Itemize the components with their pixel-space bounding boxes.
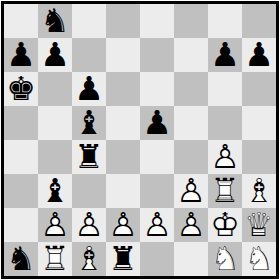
square-h4[interactable] (242, 140, 276, 174)
white-piece-outline-glyph: ♙ (72, 208, 106, 242)
square-e8[interactable] (140, 4, 174, 38)
black-piece-glyph: ♜ (106, 242, 140, 276)
square-a1[interactable]: ♞ (4, 242, 38, 276)
square-b5[interactable] (38, 106, 72, 140)
square-g3[interactable]: ♜♖ (208, 174, 242, 208)
square-a6[interactable]: ♚ (4, 72, 38, 106)
black-piece-glyph: ♟ (4, 38, 38, 72)
square-h7[interactable]: ♟ (242, 38, 276, 72)
square-b8[interactable]: ♞ (38, 4, 72, 38)
square-e5[interactable]: ♟ (140, 106, 174, 140)
square-f4[interactable] (174, 140, 208, 174)
square-a5[interactable] (4, 106, 38, 140)
white-piece-outline-glyph: ♙ (174, 208, 208, 242)
square-c6[interactable]: ♟ (72, 72, 106, 106)
white-piece-outline-glyph: ♘ (242, 242, 276, 276)
black-pawn-piece[interactable]: ♟ (72, 72, 106, 106)
white-pawn-piece[interactable]: ♟♙ (106, 208, 140, 242)
black-rook-piece[interactable]: ♜ (72, 140, 106, 174)
square-d1[interactable]: ♜ (106, 242, 140, 276)
square-b1[interactable]: ♜♖ (38, 242, 72, 276)
square-g5[interactable] (208, 106, 242, 140)
square-f6[interactable] (174, 72, 208, 106)
black-piece-glyph: ♚ (4, 72, 38, 106)
square-d4[interactable] (106, 140, 140, 174)
square-h3[interactable]: ♝♗ (242, 174, 276, 208)
chess-board: ♞♟♟♟♟♚♟♝♟♜♟♙♝♟♙♜♖♝♗♟♙♟♙♟♙♟♙♟♙♚♔♛♕♞♜♖♝♗♜♞… (1, 1, 279, 279)
square-a4[interactable] (4, 140, 38, 174)
black-piece-glyph: ♝ (38, 174, 72, 208)
square-f1[interactable] (174, 242, 208, 276)
black-piece-glyph: ♞ (4, 242, 38, 276)
square-e4[interactable] (140, 140, 174, 174)
square-c5[interactable]: ♝ (72, 106, 106, 140)
square-h1[interactable]: ♞♘ (242, 242, 276, 276)
square-f5[interactable] (174, 106, 208, 140)
square-c2[interactable]: ♟♙ (72, 208, 106, 242)
square-f8[interactable] (174, 4, 208, 38)
square-g2[interactable]: ♚♔ (208, 208, 242, 242)
black-piece-glyph: ♜ (72, 140, 106, 174)
white-piece-outline-glyph: ♙ (140, 208, 174, 242)
white-bishop-piece[interactable]: ♝♗ (72, 242, 106, 276)
white-queen-piece[interactable]: ♛♕ (242, 208, 276, 242)
square-a3[interactable] (4, 174, 38, 208)
black-bishop-piece[interactable]: ♝ (38, 174, 72, 208)
square-h2[interactable]: ♛♕ (242, 208, 276, 242)
square-d5[interactable] (106, 106, 140, 140)
square-h8[interactable] (242, 4, 276, 38)
black-pawn-piece[interactable]: ♟ (140, 106, 174, 140)
white-rook-piece[interactable]: ♜♖ (38, 242, 72, 276)
square-h6[interactable] (242, 72, 276, 106)
black-piece-glyph: ♞ (38, 4, 72, 38)
square-a8[interactable] (4, 4, 38, 38)
square-g1[interactable]: ♞♘ (208, 242, 242, 276)
white-piece-outline-glyph: ♙ (38, 208, 72, 242)
white-piece-outline-glyph: ♖ (208, 174, 242, 208)
white-king-piece[interactable]: ♚♔ (208, 208, 242, 242)
black-bishop-piece[interactable]: ♝ (72, 106, 106, 140)
square-d2[interactable]: ♟♙ (106, 208, 140, 242)
square-d3[interactable] (106, 174, 140, 208)
square-e2[interactable]: ♟♙ (140, 208, 174, 242)
square-f3[interactable]: ♟♙ (174, 174, 208, 208)
black-piece-glyph: ♟ (72, 72, 106, 106)
white-bishop-piece[interactable]: ♝♗ (242, 174, 276, 208)
square-d8[interactable] (106, 4, 140, 38)
black-piece-glyph: ♟ (38, 38, 72, 72)
square-c3[interactable] (72, 174, 106, 208)
white-rook-piece[interactable]: ♜♖ (208, 174, 242, 208)
square-f7[interactable] (174, 38, 208, 72)
black-piece-glyph: ♟ (242, 38, 276, 72)
board-frame: ♞♟♟♟♟♚♟♝♟♜♟♙♝♟♙♜♖♝♗♟♙♟♙♟♙♟♙♟♙♚♔♛♕♞♜♖♝♗♜♞… (0, 0, 280, 280)
white-piece-outline-glyph: ♗ (242, 174, 276, 208)
white-pawn-piece[interactable]: ♟♙ (38, 208, 72, 242)
black-pawn-piece[interactable]: ♟ (4, 38, 38, 72)
white-piece-outline-glyph: ♖ (38, 242, 72, 276)
black-pawn-piece[interactable]: ♟ (242, 38, 276, 72)
square-c7[interactable] (72, 38, 106, 72)
white-knight-piece[interactable]: ♞♘ (242, 242, 276, 276)
square-f2[interactable]: ♟♙ (174, 208, 208, 242)
square-c1[interactable]: ♝♗ (72, 242, 106, 276)
square-d7[interactable] (106, 38, 140, 72)
square-e7[interactable] (140, 38, 174, 72)
square-g4[interactable]: ♟♙ (208, 140, 242, 174)
white-piece-outline-glyph: ♔ (208, 208, 242, 242)
black-rook-piece[interactable]: ♜ (106, 242, 140, 276)
white-pawn-piece[interactable]: ♟♙ (140, 208, 174, 242)
square-b3[interactable]: ♝ (38, 174, 72, 208)
white-piece-outline-glyph: ♙ (106, 208, 140, 242)
square-e6[interactable] (140, 72, 174, 106)
white-piece-outline-glyph: ♗ (72, 242, 106, 276)
square-b7[interactable]: ♟ (38, 38, 72, 72)
white-pawn-piece[interactable]: ♟♙ (208, 140, 242, 174)
square-b4[interactable] (38, 140, 72, 174)
square-e3[interactable] (140, 174, 174, 208)
square-b6[interactable] (38, 72, 72, 106)
white-pawn-piece[interactable]: ♟♙ (174, 208, 208, 242)
black-knight-piece[interactable]: ♞ (4, 242, 38, 276)
white-pawn-piece[interactable]: ♟♙ (174, 174, 208, 208)
black-king-piece[interactable]: ♚ (4, 72, 38, 106)
white-piece-outline-glyph: ♙ (208, 140, 242, 174)
square-g7[interactable]: ♟ (208, 38, 242, 72)
black-knight-piece[interactable]: ♞ (38, 4, 72, 38)
square-g6[interactable] (208, 72, 242, 106)
black-piece-glyph: ♝ (72, 106, 106, 140)
white-piece-outline-glyph: ♘ (208, 242, 242, 276)
black-pawn-piece[interactable]: ♟ (38, 38, 72, 72)
square-c8[interactable] (72, 4, 106, 38)
white-knight-piece[interactable]: ♞♘ (208, 242, 242, 276)
black-piece-glyph: ♟ (140, 106, 174, 140)
square-a2[interactable] (4, 208, 38, 242)
black-pawn-piece[interactable]: ♟ (208, 38, 242, 72)
white-piece-outline-glyph: ♕ (242, 208, 276, 242)
square-b2[interactable]: ♟♙ (38, 208, 72, 242)
square-h5[interactable] (242, 106, 276, 140)
square-g8[interactable] (208, 4, 242, 38)
square-e1[interactable] (140, 242, 174, 276)
black-piece-glyph: ♟ (208, 38, 242, 72)
square-d6[interactable] (106, 72, 140, 106)
square-a7[interactable]: ♟ (4, 38, 38, 72)
white-pawn-piece[interactable]: ♟♙ (72, 208, 106, 242)
square-c4[interactable]: ♜ (72, 140, 106, 174)
white-piece-outline-glyph: ♙ (174, 174, 208, 208)
